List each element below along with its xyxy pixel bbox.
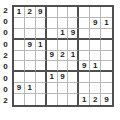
sudoku-cell-r3c3[interactable] [36,29,47,40]
sudoku-cell-r3c8[interactable] [90,29,101,40]
sudoku-cell-r4c6[interactable] [68,40,79,51]
row-clue-9: 2 [0,96,11,107]
sudoku-cell-r8c3[interactable] [36,83,47,94]
sudoku-cell-r5c5[interactable]: 2 [58,51,69,62]
sudoku-cell-r2c6[interactable] [68,18,79,29]
sudoku-cell-r4c5[interactable] [58,40,69,51]
sudoku-cell-r6c2[interactable] [25,61,36,72]
sudoku-cell-r1c2[interactable]: 2 [25,7,36,18]
sudoku-cell-r6c3[interactable] [36,61,47,72]
sudoku-cell-r8c5[interactable] [58,83,69,94]
sudoku-cell-r4c9[interactable] [101,40,112,51]
sudoku-cell-r7c3[interactable] [36,72,47,83]
sudoku-cell-r8c9[interactable] [101,83,112,94]
sudoku-cell-r9c4[interactable] [47,94,58,105]
sudoku-cell-r3c5[interactable]: 1 [58,29,69,40]
sudoku-cell-r6c7[interactable]: 9 [79,61,90,72]
sudoku-cell-r7c5[interactable]: 9 [58,72,69,83]
sudoku-cell-r5c8[interactable] [90,51,101,62]
sudoku-cell-r7c4[interactable]: 1 [47,72,58,83]
sudoku-cell-r6c1[interactable] [14,61,25,72]
sudoku-cell-r5c4[interactable]: 9 [47,51,58,62]
sudoku-cell-r1c3[interactable]: 9 [36,7,47,18]
sudoku-cell-r1c4[interactable] [47,7,58,18]
sudoku-cell-r3c4[interactable] [47,29,58,40]
sudoku-cell-r7c2[interactable] [25,72,36,83]
sudoku-cell-r9c2[interactable] [25,94,36,105]
sudoku-cell-r7c8[interactable] [90,72,101,83]
sudoku-cell-r1c8[interactable] [90,7,101,18]
row-clue-3: 0 [0,28,11,39]
sudoku-cell-r2c8[interactable]: 9 [90,18,101,29]
sudoku-cell-r6c6[interactable] [68,61,79,72]
sudoku-cell-r1c5[interactable] [58,7,69,18]
sudoku-cell-r2c3[interactable] [36,18,47,29]
sudoku-cell-r5c2[interactable] [25,51,36,62]
row-clue-7: 0 [0,73,11,84]
sudoku-cell-r4c7[interactable] [79,40,90,51]
sudoku-cell-r3c9[interactable] [101,29,112,40]
sudoku-cell-r2c7[interactable] [79,18,90,29]
sudoku-cell-r6c5[interactable] [58,61,69,72]
sudoku-cell-r3c2[interactable] [25,29,36,40]
sudoku-cell-r3c1[interactable] [14,29,25,40]
sudoku-cell-r7c1[interactable] [14,72,25,83]
sudoku-cell-r4c1[interactable] [14,40,25,51]
sudoku-cell-r8c8[interactable] [90,83,101,94]
sudoku-cell-r8c1[interactable]: 9 [14,83,25,94]
row-clue-8: 0 [0,84,11,95]
sudoku-cell-r9c3[interactable] [36,94,47,105]
sudoku-cell-r2c5[interactable] [58,18,69,29]
sudoku-cell-r3c7[interactable] [79,29,90,40]
row-clues: 200020002 [0,5,11,107]
sudoku-cell-r1c1[interactable]: 1 [14,7,25,18]
sudoku-cell-r5c9[interactable] [101,51,112,62]
sudoku-cell-r9c5[interactable] [58,94,69,105]
sudoku-cell-r4c2[interactable]: 9 [25,40,36,51]
sudoku-cell-r7c6[interactable] [68,72,79,83]
sudoku-cell-r7c7[interactable] [79,72,90,83]
sudoku-cell-r7c9[interactable] [101,72,112,83]
sudoku-cell-r6c9[interactable] [101,61,112,72]
sudoku-cell-r1c6[interactable] [68,7,79,18]
sudoku-cell-r6c8[interactable]: 1 [90,61,101,72]
sudoku-cell-r2c2[interactable] [25,18,36,29]
sudoku-cell-r1c7[interactable] [79,7,90,18]
sudoku-cell-r4c8[interactable] [90,40,101,51]
sudoku-cell-r6c4[interactable] [47,61,58,72]
sudoku-cell-r5c1[interactable] [14,51,25,62]
sudoku-cell-r1c9[interactable] [101,7,112,18]
sudoku-cell-r9c7[interactable]: 1 [79,94,90,105]
sudoku-cell-r4c3[interactable]: 1 [36,40,47,51]
sudoku-grid: 129911991921911991129 [12,5,114,107]
sudoku-cell-r8c7[interactable] [79,83,90,94]
sudoku-cell-r8c6[interactable] [68,83,79,94]
sudoku-cell-r8c4[interactable] [47,83,58,94]
row-clue-1: 2 [0,5,11,16]
sudoku-cell-r2c4[interactable] [47,18,58,29]
row-clue-6: 0 [0,62,11,73]
sudoku-cell-r9c9[interactable]: 9 [101,94,112,105]
sandwich-sudoku-board: 200020002 129911991921911991129 [0,0,120,120]
row-clue-4: 0 [0,39,11,50]
sudoku-cell-r5c6[interactable]: 1 [68,51,79,62]
sudoku-cell-r2c9[interactable]: 1 [101,18,112,29]
sudoku-cell-r4c4[interactable] [47,40,58,51]
row-clue-2: 0 [0,16,11,27]
sudoku-cell-r5c7[interactable] [79,51,90,62]
sudoku-cell-r9c1[interactable] [14,94,25,105]
sudoku-cell-r5c3[interactable] [36,51,47,62]
sudoku-cell-r2c1[interactable] [14,18,25,29]
sudoku-cell-r3c6[interactable]: 9 [68,29,79,40]
sudoku-cell-r8c2[interactable]: 1 [25,83,36,94]
sudoku-cell-r9c6[interactable] [68,94,79,105]
sudoku-cell-r9c8[interactable]: 2 [90,94,101,105]
row-clue-5: 2 [0,50,11,61]
